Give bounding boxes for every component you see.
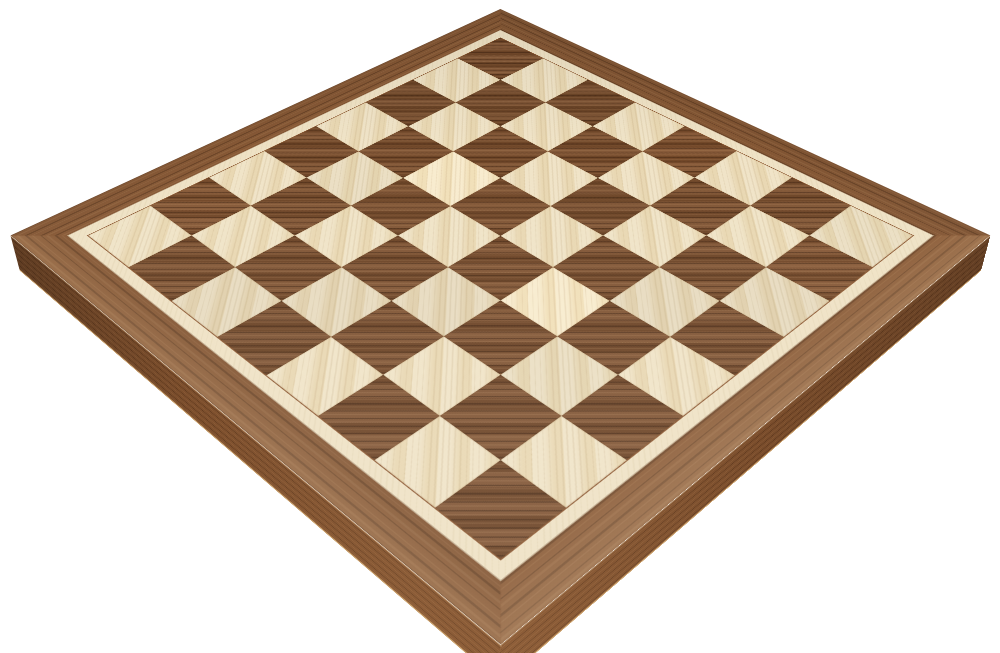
board-square[interactable]	[171, 267, 281, 337]
board-square[interactable]	[500, 416, 626, 508]
board-top-surface	[10, 9, 990, 644]
board-square[interactable]	[443, 300, 556, 374]
board-square[interactable]	[234, 235, 340, 300]
board-square[interactable]	[439, 374, 560, 459]
board-square[interactable]	[659, 235, 765, 300]
board-square[interactable]	[383, 336, 500, 415]
board-square[interactable]	[617, 336, 734, 415]
board-frame-near-right-rail	[461, 218, 990, 644]
board-square[interactable]	[217, 300, 330, 374]
board-square[interactable]	[610, 267, 720, 337]
board-square[interactable]	[374, 416, 500, 508]
chess-board	[10, 9, 990, 644]
board-square[interactable]	[557, 300, 670, 374]
board-square[interactable]	[500, 336, 617, 415]
product-photo-scene	[0, 0, 1000, 653]
board-square[interactable]	[766, 235, 872, 300]
board-square[interactable]	[318, 374, 439, 459]
board-square[interactable]	[281, 267, 391, 337]
board-square[interactable]	[390, 267, 500, 337]
playing-grid	[86, 37, 913, 560]
board-square[interactable]	[435, 460, 566, 559]
board-square[interactable]	[447, 235, 553, 300]
board-square[interactable]	[128, 235, 234, 300]
board-frame-near-left-rail	[10, 218, 539, 644]
board-square[interactable]	[500, 267, 610, 337]
board-square[interactable]	[670, 300, 783, 374]
board-square[interactable]	[330, 300, 443, 374]
board-square[interactable]	[341, 235, 447, 300]
board-square[interactable]	[561, 374, 682, 459]
board-square[interactable]	[553, 235, 659, 300]
board-square[interactable]	[266, 336, 383, 415]
board-square[interactable]	[719, 267, 829, 337]
